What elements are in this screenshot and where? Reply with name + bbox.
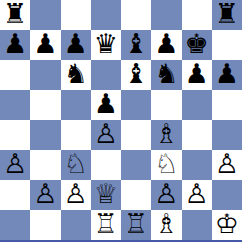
square-d4[interactable]: ♙ <box>91 120 121 150</box>
square-d2[interactable]: ♕ <box>91 180 121 210</box>
piece-black-rook[interactable]: ♜ <box>215 0 239 29</box>
square-a7[interactable]: ♟ <box>0 30 30 60</box>
square-a1[interactable] <box>0 210 30 240</box>
square-g7[interactable]: ♚ <box>182 30 212 60</box>
piece-white-pawn[interactable]: ♙ <box>64 179 88 209</box>
square-a4[interactable] <box>0 120 30 150</box>
square-a6[interactable] <box>0 60 30 90</box>
square-e5[interactable] <box>121 90 151 120</box>
piece-white-rook[interactable]: ♖ <box>94 209 118 239</box>
piece-white-bishop[interactable]: ♗ <box>154 119 178 149</box>
chess-board: ♜♜♟♟♟♛♝♟♚♞♝♞♟♟♟♙♗♙♘♘♙♙♙♕♙♙♖♖♗♔ <box>0 0 242 240</box>
square-h8[interactable]: ♜ <box>212 0 242 30</box>
piece-black-rook[interactable]: ♜ <box>3 0 27 29</box>
piece-black-pawn[interactable]: ♟ <box>154 29 178 59</box>
square-g5[interactable] <box>182 90 212 120</box>
square-f4[interactable]: ♗ <box>151 120 181 150</box>
square-e6[interactable]: ♝ <box>121 60 151 90</box>
piece-black-knight[interactable]: ♞ <box>154 59 178 89</box>
square-c7[interactable]: ♟ <box>61 30 91 60</box>
square-b6[interactable] <box>30 60 60 90</box>
square-f5[interactable] <box>151 90 181 120</box>
square-f6[interactable]: ♞ <box>151 60 181 90</box>
square-c3[interactable]: ♘ <box>61 150 91 180</box>
square-h1[interactable]: ♔ <box>212 210 242 240</box>
square-c2[interactable]: ♙ <box>61 180 91 210</box>
square-e4[interactable] <box>121 120 151 150</box>
square-d1[interactable]: ♖ <box>91 210 121 240</box>
square-c8[interactable] <box>61 0 91 30</box>
square-b2[interactable]: ♙ <box>30 180 60 210</box>
piece-white-pawn[interactable]: ♙ <box>94 119 118 149</box>
piece-black-pawn[interactable]: ♟ <box>94 89 118 119</box>
square-h2[interactable] <box>212 180 242 210</box>
square-b7[interactable]: ♟ <box>30 30 60 60</box>
square-c6[interactable]: ♞ <box>61 60 91 90</box>
square-e1[interactable]: ♖ <box>121 210 151 240</box>
piece-black-pawn[interactable]: ♟ <box>64 29 88 59</box>
square-c1[interactable] <box>61 210 91 240</box>
piece-black-knight[interactable]: ♞ <box>64 59 88 89</box>
square-b1[interactable] <box>30 210 60 240</box>
piece-white-knight[interactable]: ♘ <box>64 149 88 179</box>
piece-black-bishop[interactable]: ♝ <box>124 29 148 59</box>
square-e3[interactable] <box>121 150 151 180</box>
square-g2[interactable]: ♙ <box>182 180 212 210</box>
square-a5[interactable] <box>0 90 30 120</box>
piece-white-queen[interactable]: ♕ <box>94 179 118 209</box>
piece-white-pawn[interactable]: ♙ <box>3 149 27 179</box>
square-a8[interactable]: ♜ <box>0 0 30 30</box>
square-b4[interactable] <box>30 120 60 150</box>
square-f8[interactable] <box>151 0 181 30</box>
piece-black-pawn[interactable]: ♟ <box>33 29 57 59</box>
square-b3[interactable] <box>30 150 60 180</box>
piece-black-pawn[interactable]: ♟ <box>185 59 209 89</box>
piece-white-pawn[interactable]: ♙ <box>215 149 239 179</box>
square-h7[interactable] <box>212 30 242 60</box>
square-g4[interactable] <box>182 120 212 150</box>
square-h5[interactable] <box>212 90 242 120</box>
piece-white-knight[interactable]: ♘ <box>154 149 178 179</box>
square-f7[interactable]: ♟ <box>151 30 181 60</box>
square-h3[interactable]: ♙ <box>212 150 242 180</box>
square-h4[interactable] <box>212 120 242 150</box>
square-c5[interactable] <box>61 90 91 120</box>
square-b8[interactable] <box>30 0 60 30</box>
square-a2[interactable] <box>0 180 30 210</box>
chess-board-wrap: ♜♜♟♟♟♛♝♟♚♞♝♞♟♟♟♙♗♙♘♘♙♙♙♕♙♙♖♖♗♔ <box>0 0 242 242</box>
piece-white-pawn[interactable]: ♙ <box>154 179 178 209</box>
square-d6[interactable] <box>91 60 121 90</box>
piece-white-king[interactable]: ♔ <box>215 209 239 239</box>
piece-white-pawn[interactable]: ♙ <box>33 179 57 209</box>
square-d3[interactable] <box>91 150 121 180</box>
square-g3[interactable] <box>182 150 212 180</box>
square-d5[interactable]: ♟ <box>91 90 121 120</box>
piece-black-pawn[interactable]: ♟ <box>3 29 27 59</box>
square-h6[interactable]: ♟ <box>212 60 242 90</box>
square-e8[interactable] <box>121 0 151 30</box>
square-c4[interactable] <box>61 120 91 150</box>
square-a3[interactable]: ♙ <box>0 150 30 180</box>
piece-black-king[interactable]: ♚ <box>185 29 209 59</box>
square-b5[interactable] <box>30 90 60 120</box>
square-g8[interactable] <box>182 0 212 30</box>
piece-black-bishop[interactable]: ♝ <box>124 59 148 89</box>
piece-black-queen[interactable]: ♛ <box>94 29 118 59</box>
piece-black-pawn[interactable]: ♟ <box>215 59 239 89</box>
square-g1[interactable] <box>182 210 212 240</box>
square-e2[interactable] <box>121 180 151 210</box>
square-f3[interactable]: ♘ <box>151 150 181 180</box>
piece-white-rook[interactable]: ♖ <box>124 209 148 239</box>
square-f2[interactable]: ♙ <box>151 180 181 210</box>
square-f1[interactable]: ♗ <box>151 210 181 240</box>
piece-white-bishop[interactable]: ♗ <box>154 209 178 239</box>
square-d8[interactable] <box>91 0 121 30</box>
square-d7[interactable]: ♛ <box>91 30 121 60</box>
square-e7[interactable]: ♝ <box>121 30 151 60</box>
square-g6[interactable]: ♟ <box>182 60 212 90</box>
piece-white-pawn[interactable]: ♙ <box>185 179 209 209</box>
